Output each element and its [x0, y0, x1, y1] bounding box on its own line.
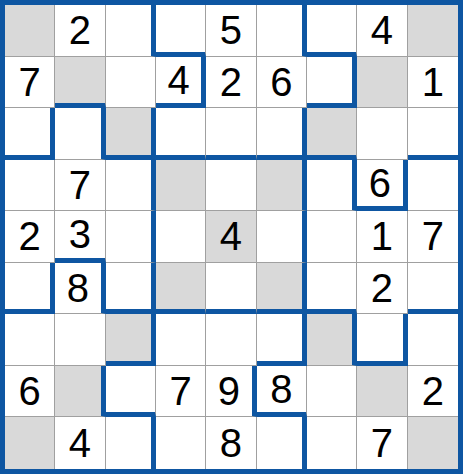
cell-r0c3[interactable]	[156, 5, 206, 57]
given-digit: 7	[422, 216, 444, 256]
cell-r4c0[interactable]: 2	[5, 211, 55, 263]
given-digit: 8	[270, 369, 292, 409]
given-digit: 2	[19, 216, 41, 256]
given-digit: 7	[19, 62, 41, 102]
cell-r6c0[interactable]	[5, 314, 55, 366]
given-digit: 2	[220, 62, 242, 102]
given-digit: 1	[371, 216, 393, 256]
given-digit: 9	[218, 371, 240, 411]
cell-r7c2[interactable]	[106, 366, 156, 418]
cell-r3c5[interactable]	[257, 160, 307, 212]
given-digit: 4	[220, 216, 242, 256]
cell-r0c7[interactable]: 4	[357, 5, 407, 57]
cell-r6c7[interactable]	[357, 314, 407, 366]
cell-r5c5[interactable]	[257, 263, 307, 315]
cell-r7c6[interactable]	[307, 366, 357, 418]
cell-r6c4[interactable]	[206, 314, 256, 366]
cell-r4c5[interactable]	[257, 211, 307, 263]
cell-r2c8[interactable]	[408, 108, 458, 160]
cell-r2c1[interactable]	[55, 108, 105, 160]
cell-r8c8[interactable]	[408, 417, 458, 469]
cell-r5c4[interactable]	[206, 263, 256, 315]
cell-r2c6[interactable]	[307, 108, 357, 160]
cell-r3c6[interactable]	[307, 160, 357, 212]
cell-r2c5[interactable]	[257, 108, 307, 160]
cell-r6c6[interactable]	[307, 314, 357, 366]
cell-r0c4[interactable]: 5	[206, 5, 256, 57]
cell-r8c4[interactable]: 8	[206, 417, 256, 469]
cell-r3c4[interactable]	[206, 160, 256, 212]
cell-r1c5[interactable]: 6	[257, 57, 307, 109]
cell-r1c7[interactable]	[357, 57, 407, 109]
cell-r2c3[interactable]	[156, 108, 206, 160]
cell-r3c8[interactable]	[408, 160, 458, 212]
cell-r3c3[interactable]	[156, 160, 206, 212]
cell-r4c4[interactable]: 4	[206, 211, 256, 263]
given-digit: 8	[220, 423, 242, 463]
cell-r7c8[interactable]: 2	[408, 366, 458, 418]
cell-r0c1[interactable]: 2	[55, 5, 105, 57]
cell-r4c3[interactable]	[156, 211, 206, 263]
cell-r0c5[interactable]	[257, 5, 307, 57]
cell-r6c1[interactable]	[55, 314, 105, 366]
given-digit: 3	[69, 214, 91, 254]
cell-r3c0[interactable]	[5, 160, 55, 212]
cell-r4c2[interactable]	[106, 211, 156, 263]
cell-r6c3[interactable]	[156, 314, 206, 366]
cell-r3c7[interactable]: 6	[357, 160, 407, 212]
cell-r5c3[interactable]	[156, 263, 206, 315]
given-digit: 7	[69, 165, 91, 205]
cell-r8c0[interactable]	[5, 417, 55, 469]
cell-r5c6[interactable]	[307, 263, 357, 315]
cell-r8c7[interactable]: 7	[357, 417, 407, 469]
cell-r1c2[interactable]	[106, 57, 156, 109]
cell-r5c2[interactable]	[106, 263, 156, 315]
given-digit: 5	[220, 10, 242, 50]
cell-r7c3[interactable]: 7	[156, 366, 206, 418]
cell-r0c0[interactable]	[5, 5, 55, 57]
cell-r5c0[interactable]	[5, 263, 55, 315]
cell-r5c7[interactable]: 2	[357, 263, 407, 315]
cell-r0c2[interactable]	[106, 5, 156, 57]
cell-r8c1[interactable]: 4	[55, 417, 105, 469]
given-digit: 4	[168, 60, 190, 100]
cell-r7c5[interactable]: 8	[257, 366, 307, 418]
given-digit: 7	[371, 423, 393, 463]
cell-r2c0[interactable]	[5, 108, 55, 160]
cell-r3c1[interactable]: 7	[55, 160, 105, 212]
cell-r7c1[interactable]	[55, 366, 105, 418]
cell-r5c8[interactable]	[408, 263, 458, 315]
cell-r2c7[interactable]	[357, 108, 407, 160]
cell-r7c0[interactable]: 6	[5, 366, 55, 418]
cell-r1c1[interactable]	[55, 57, 105, 109]
cell-r8c6[interactable]	[307, 417, 357, 469]
given-digit: 8	[67, 268, 89, 308]
cell-r7c4[interactable]: 9	[206, 366, 256, 418]
cell-r6c8[interactable]	[408, 314, 458, 366]
given-digit: 4	[371, 10, 393, 50]
cell-r1c0[interactable]: 7	[5, 57, 55, 109]
given-digit: 7	[170, 371, 192, 411]
given-digit: 2	[371, 268, 393, 308]
cell-r4c1[interactable]: 3	[55, 211, 105, 263]
cell-r4c6[interactable]	[307, 211, 357, 263]
cell-r5c1[interactable]: 8	[55, 263, 105, 315]
cell-r4c8[interactable]: 7	[408, 211, 458, 263]
given-digit: 1	[422, 62, 444, 102]
sudoku-board: 2547426176234178267982487	[0, 0, 463, 474]
cell-r8c3[interactable]	[156, 417, 206, 469]
given-digit: 6	[19, 371, 41, 411]
cell-r8c5[interactable]	[257, 417, 307, 469]
given-digit: 2	[69, 10, 91, 50]
cell-r3c2[interactable]	[106, 160, 156, 212]
cell-r1c8[interactable]: 1	[408, 57, 458, 109]
cell-r0c8[interactable]	[408, 5, 458, 57]
sudoku-puzzle: 2547426176234178267982487	[0, 0, 463, 474]
given-digit: 6	[270, 62, 292, 102]
cell-r1c4[interactable]: 2	[206, 57, 256, 109]
cell-r7c7[interactable]	[357, 366, 407, 418]
given-digit: 4	[69, 423, 91, 463]
cell-r0c6[interactable]	[307, 5, 357, 57]
given-digit: 2	[422, 371, 444, 411]
cell-r1c6[interactable]	[307, 57, 357, 109]
cell-r2c2[interactable]	[106, 108, 156, 160]
cell-r2c4[interactable]	[206, 108, 256, 160]
cell-r4c7[interactable]: 1	[357, 211, 407, 263]
cell-r6c2[interactable]	[106, 314, 156, 366]
cell-r6c5[interactable]	[257, 314, 307, 366]
cell-r8c2[interactable]	[106, 417, 156, 469]
cell-r1c3[interactable]: 4	[156, 57, 206, 109]
given-digit: 6	[369, 163, 391, 203]
